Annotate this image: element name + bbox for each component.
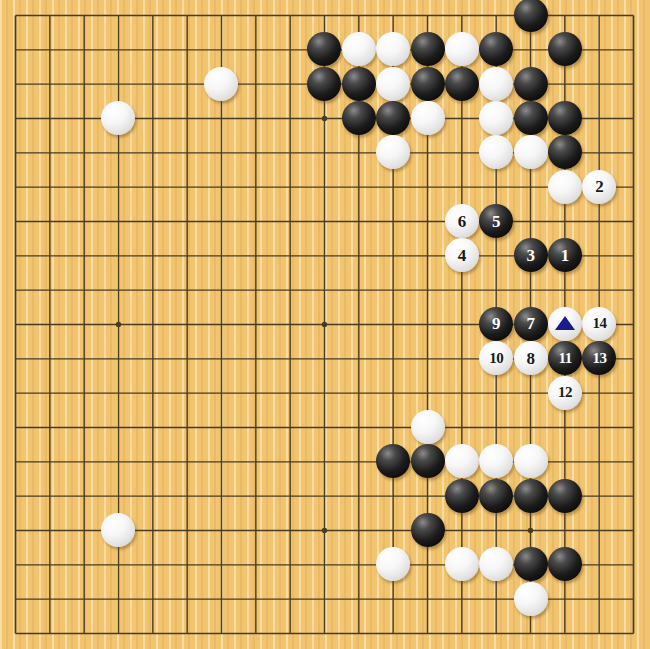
board-point xyxy=(514,67,548,101)
move-number-label: 11 xyxy=(558,351,571,366)
stone-black[interactable] xyxy=(342,67,376,101)
board-point xyxy=(479,32,513,66)
stone-black[interactable] xyxy=(411,67,445,101)
board-point xyxy=(410,32,444,66)
triangle-marker xyxy=(555,316,575,330)
board-point: 9 xyxy=(479,307,513,341)
move-number-label: 5 xyxy=(492,213,501,230)
board-point xyxy=(445,444,479,478)
board-point xyxy=(479,135,513,169)
move-number-label: 10 xyxy=(489,351,503,366)
stone-black[interactable] xyxy=(445,479,479,513)
stone-white[interactable] xyxy=(445,444,479,478)
board-point: 4 xyxy=(445,238,479,272)
stone-white[interactable] xyxy=(445,32,479,66)
stone-white[interactable]: 2 xyxy=(582,170,616,204)
board-point xyxy=(410,513,444,547)
board-point: 11 xyxy=(548,341,582,375)
stone-white[interactable] xyxy=(548,307,582,341)
board-point xyxy=(307,67,341,101)
board-point xyxy=(514,444,548,478)
board-point xyxy=(548,170,582,204)
board-point xyxy=(514,0,548,32)
board-point xyxy=(342,67,376,101)
board-point xyxy=(514,478,548,512)
stone-white[interactable] xyxy=(514,582,548,616)
stone-white[interactable] xyxy=(411,101,445,135)
stone-black[interactable] xyxy=(445,67,479,101)
stone-black[interactable]: 3 xyxy=(514,238,548,272)
board-point: 1 xyxy=(548,238,582,272)
board-point: 13 xyxy=(582,341,616,375)
stone-white[interactable] xyxy=(479,444,513,478)
move-number-label: 13 xyxy=(592,351,606,366)
stone-white[interactable] xyxy=(479,67,513,101)
board-point xyxy=(376,444,410,478)
board-point xyxy=(410,444,444,478)
stone-white[interactable] xyxy=(342,32,376,66)
stone-black[interactable]: 13 xyxy=(582,341,616,375)
stone-white[interactable] xyxy=(101,101,135,135)
board-point xyxy=(479,67,513,101)
board-point xyxy=(548,135,582,169)
stone-white[interactable]: 10 xyxy=(479,341,513,375)
stone-black[interactable] xyxy=(411,444,445,478)
board-point: 7 xyxy=(514,307,548,341)
board-point xyxy=(479,101,513,135)
board-point xyxy=(548,547,582,581)
board-point xyxy=(514,547,548,581)
board-point xyxy=(410,101,444,135)
stone-black[interactable]: 11 xyxy=(548,341,582,375)
board-point xyxy=(548,101,582,135)
go-board[interactable]: 2654319714108111312 xyxy=(0,0,650,649)
stone-black[interactable] xyxy=(411,513,445,547)
board-point xyxy=(376,32,410,66)
board-point xyxy=(548,478,582,512)
board-point xyxy=(548,32,582,66)
stone-black[interactable]: 9 xyxy=(479,307,513,341)
stone-black[interactable] xyxy=(307,67,341,101)
stone-white[interactable] xyxy=(514,444,548,478)
stone-black[interactable] xyxy=(514,479,548,513)
stone-black[interactable] xyxy=(548,135,582,169)
board-point xyxy=(101,513,135,547)
stone-white[interactable] xyxy=(479,547,513,581)
stone-black[interactable] xyxy=(411,32,445,66)
board-point xyxy=(376,547,410,581)
board-point xyxy=(342,32,376,66)
stones-layer: 2654319714108111312 xyxy=(0,0,650,649)
board-point xyxy=(514,135,548,169)
move-number-label: 8 xyxy=(526,350,535,367)
move-number-label: 2 xyxy=(595,178,604,195)
stone-black[interactable] xyxy=(376,444,410,478)
stone-black[interactable] xyxy=(479,32,513,66)
board-point xyxy=(479,478,513,512)
stone-black[interactable] xyxy=(514,547,548,581)
board-point: 6 xyxy=(445,204,479,238)
board-point xyxy=(445,478,479,512)
move-number-label: 7 xyxy=(526,315,535,332)
board-point xyxy=(410,67,444,101)
stone-white[interactable]: 12 xyxy=(548,376,582,410)
stone-white[interactable] xyxy=(376,67,410,101)
stone-white[interactable] xyxy=(376,32,410,66)
board-point: 2 xyxy=(582,170,616,204)
move-number-label: 1 xyxy=(561,247,570,264)
move-number-label: 6 xyxy=(458,213,467,230)
board-point: 3 xyxy=(514,238,548,272)
board-point xyxy=(376,101,410,135)
stone-black[interactable]: 1 xyxy=(548,238,582,272)
board-point xyxy=(376,67,410,101)
stone-black[interactable] xyxy=(548,547,582,581)
stone-white[interactable] xyxy=(204,67,238,101)
board-point xyxy=(514,101,548,135)
board-point xyxy=(445,32,479,66)
board-point: 14 xyxy=(582,307,616,341)
stone-black[interactable] xyxy=(376,101,410,135)
board-point xyxy=(445,547,479,581)
stone-white[interactable] xyxy=(548,170,582,204)
stone-white[interactable] xyxy=(411,410,445,444)
board-point xyxy=(479,444,513,478)
stone-black[interactable]: 5 xyxy=(479,204,513,238)
stone-white[interactable] xyxy=(479,101,513,135)
stone-white[interactable] xyxy=(514,135,548,169)
stone-white[interactable]: 8 xyxy=(514,341,548,375)
board-point xyxy=(204,67,238,101)
board-point xyxy=(479,547,513,581)
move-number-label: 9 xyxy=(492,315,501,332)
stone-white[interactable] xyxy=(101,513,135,547)
stone-black[interactable] xyxy=(479,479,513,513)
move-number-label: 12 xyxy=(558,385,572,400)
stone-black[interactable] xyxy=(514,0,548,32)
move-number-label: 4 xyxy=(458,247,467,264)
stone-white[interactable]: 14 xyxy=(582,307,616,341)
board-point xyxy=(445,67,479,101)
stone-black[interactable] xyxy=(342,101,376,135)
stone-white[interactable] xyxy=(376,547,410,581)
stone-black[interactable] xyxy=(307,32,341,66)
board-point: 8 xyxy=(514,341,548,375)
board-point xyxy=(307,32,341,66)
stone-white[interactable] xyxy=(445,547,479,581)
stone-white[interactable] xyxy=(479,135,513,169)
board-point: 5 xyxy=(479,204,513,238)
stone-black[interactable]: 7 xyxy=(514,307,548,341)
move-number-label: 3 xyxy=(526,247,535,264)
board-point xyxy=(342,101,376,135)
board-point xyxy=(548,307,582,341)
board-point: 10 xyxy=(479,341,513,375)
stone-black[interactable] xyxy=(548,101,582,135)
board-point xyxy=(410,410,444,444)
stone-black[interactable] xyxy=(514,67,548,101)
stone-black[interactable] xyxy=(548,32,582,66)
board-point xyxy=(376,135,410,169)
stone-black[interactable] xyxy=(548,479,582,513)
board-point xyxy=(514,581,548,615)
stone-white[interactable]: 6 xyxy=(445,204,479,238)
board-point xyxy=(101,101,135,135)
board-point: 12 xyxy=(548,375,582,409)
stone-white[interactable] xyxy=(376,135,410,169)
stone-black[interactable] xyxy=(514,101,548,135)
move-number-label: 14 xyxy=(592,316,606,331)
stone-white[interactable]: 4 xyxy=(445,238,479,272)
